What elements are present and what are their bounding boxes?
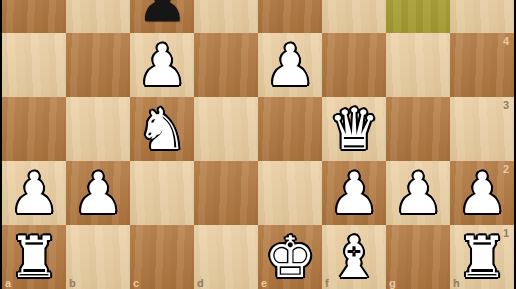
square-b5[interactable]	[66, 0, 130, 33]
square-d5[interactable]	[194, 0, 258, 33]
square-b3[interactable]	[66, 97, 130, 161]
square-h4[interactable]: 4	[450, 33, 514, 97]
square-c5[interactable]: ♟	[130, 0, 194, 33]
rank-label-4: 4	[503, 36, 509, 47]
square-c1[interactable]: c	[130, 225, 194, 289]
square-b2[interactable]: ♟	[66, 161, 130, 225]
square-h5[interactable]	[450, 0, 514, 33]
white-pawn-a2[interactable]: ♟	[2, 161, 66, 225]
black-pawn-c5[interactable]: ♟	[130, 0, 194, 33]
white-pawn-g2[interactable]: ♟	[386, 161, 450, 225]
square-b4[interactable]	[66, 33, 130, 97]
square-f1[interactable]: ♝f	[322, 225, 386, 289]
square-c3[interactable]: ♞	[130, 97, 194, 161]
square-h1[interactable]: ♜h1	[450, 225, 514, 289]
white-knight-c3[interactable]: ♞	[130, 97, 194, 161]
letterbox-left-bar	[0, 0, 2, 289]
white-pawn-e4[interactable]: ♟	[258, 33, 322, 97]
square-e3[interactable]	[258, 97, 322, 161]
square-b1[interactable]: b	[66, 225, 130, 289]
file-label-b: b	[69, 278, 76, 289]
white-pawn-h2[interactable]: ♟	[450, 161, 514, 225]
square-f5[interactable]	[322, 0, 386, 33]
square-c4[interactable]: ♟	[130, 33, 194, 97]
square-a2[interactable]: ♟	[2, 161, 66, 225]
chess-board: ♟♟♟4♞♛3♟♟♟♟♟2♜abcd♚e♝fg♜h1	[2, 0, 514, 289]
rank-label-3: 3	[503, 100, 509, 111]
square-f3[interactable]: ♛	[322, 97, 386, 161]
white-rook-h1[interactable]: ♜	[450, 225, 514, 289]
square-g2[interactable]: ♟	[386, 161, 450, 225]
white-pawn-c4[interactable]: ♟	[130, 33, 194, 97]
square-d3[interactable]	[194, 97, 258, 161]
white-pawn-b2[interactable]: ♟	[66, 161, 130, 225]
square-e5[interactable]	[258, 0, 322, 33]
square-a1[interactable]: ♜a	[2, 225, 66, 289]
square-e4[interactable]: ♟	[258, 33, 322, 97]
square-e1[interactable]: ♚e	[258, 225, 322, 289]
white-rook-a1[interactable]: ♜	[2, 225, 66, 289]
square-f2[interactable]: ♟	[322, 161, 386, 225]
square-f4[interactable]	[322, 33, 386, 97]
square-a5[interactable]	[2, 0, 66, 33]
square-c2[interactable]	[130, 161, 194, 225]
screenshot-root: ♟♟♟4♞♛3♟♟♟♟♟2♜abcd♚e♝fg♜h1	[0, 0, 516, 289]
square-a3[interactable]	[2, 97, 66, 161]
square-d4[interactable]	[194, 33, 258, 97]
square-g5[interactable]	[386, 0, 450, 33]
file-label-c: c	[133, 278, 139, 289]
square-a4[interactable]	[2, 33, 66, 97]
square-g4[interactable]	[386, 33, 450, 97]
file-label-g: g	[389, 278, 396, 289]
square-g1[interactable]: g	[386, 225, 450, 289]
square-h2[interactable]: ♟2	[450, 161, 514, 225]
square-d2[interactable]	[194, 161, 258, 225]
square-g3[interactable]	[386, 97, 450, 161]
white-pawn-f2[interactable]: ♟	[322, 161, 386, 225]
white-king-e1[interactable]: ♚	[258, 225, 322, 289]
square-e2[interactable]	[258, 161, 322, 225]
file-label-d: d	[197, 278, 204, 289]
white-queen-f3[interactable]: ♛	[322, 97, 386, 161]
white-bishop-f1[interactable]: ♝	[322, 225, 386, 289]
square-h3[interactable]: 3	[450, 97, 514, 161]
square-d1[interactable]: d	[194, 225, 258, 289]
